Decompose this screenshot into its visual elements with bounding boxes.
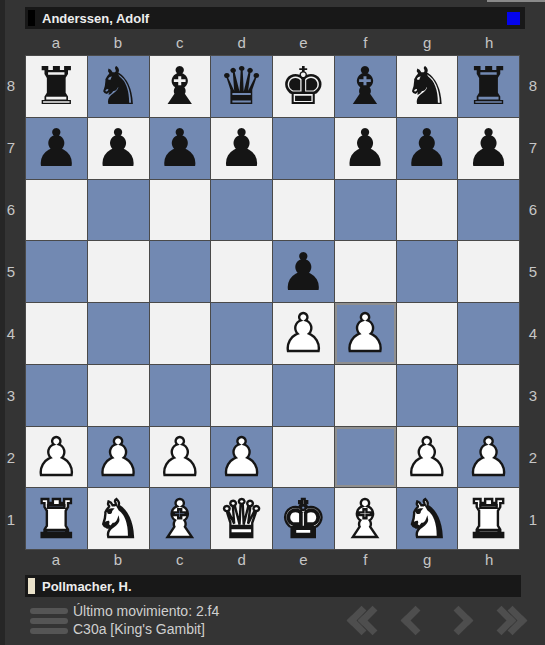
rank-labels-right: 87654321 [521,55,545,550]
rank-label-1: 1 [521,511,545,528]
top-player-bar: Anderssen, Adolf [25,7,525,29]
bottom-player-name: Pollmacher, H. [42,579,132,594]
file-labels-top: abcdefgh [25,33,520,53]
opening-label: C30a [King's Gambit] [73,620,219,638]
square-a8[interactable]: ♜ [26,56,87,117]
square-e4[interactable]: ♟ [273,303,334,364]
square-f4[interactable]: ♟ [335,303,396,364]
white-pawn-c2: ♟ [157,431,204,483]
rank-label-2: 2 [521,449,545,466]
rank-label-3: 3 [521,387,545,404]
file-label-e: e [273,552,335,570]
square-c8[interactable]: ♝ [150,56,211,117]
square-h6[interactable] [458,180,519,241]
white-pawn-a2: ♟ [33,431,80,483]
rank-label-4: 4 [521,325,545,342]
white-pawn-f4: ♟ [342,307,389,359]
square-h7[interactable]: ♟ [458,118,519,179]
white-pawn-h2: ♟ [465,431,512,483]
black-pawn-c7: ♟ [157,122,204,174]
black-bishop-c8: ♝ [157,60,204,112]
black-pawn-d7: ♟ [218,122,265,174]
white-pawn-b2: ♟ [95,431,142,483]
rank-label-7: 7 [0,139,22,156]
to-move-indicator [507,12,520,25]
next-move-button[interactable] [448,603,469,637]
file-label-f: f [334,33,396,53]
white-knight-g1: ♞ [404,493,451,545]
rank-label-7: 7 [521,139,545,156]
rank-label-1: 1 [0,511,22,528]
square-e7[interactable] [273,118,334,179]
black-pawn-f7: ♟ [342,122,389,174]
square-e1[interactable]: ♚ [273,488,334,549]
square-f1[interactable]: ♝ [335,488,396,549]
square-b8[interactable]: ♞ [88,56,149,117]
square-a6[interactable] [26,180,87,241]
white-knight-b1: ♞ [95,493,142,545]
file-label-e: e [273,33,335,53]
square-a5[interactable] [26,241,87,302]
black-pawn-a7: ♟ [33,122,80,174]
white-pawn-g2: ♟ [404,431,451,483]
square-c2[interactable]: ♟ [150,427,211,488]
bottom-player-bar: Pollmacher, H. [25,575,521,597]
square-g1[interactable]: ♞ [397,488,458,549]
file-label-b: b [87,552,149,570]
file-label-c: c [149,552,211,570]
white-rook-a1: ♜ [33,493,80,545]
file-label-d: d [211,33,273,53]
board: ♜♞♝♛♚♝♞♜♟♟♟♟♟♟♟♟♟♟♟♟♟♟♟♟♜♞♝♛♚♝♞♜ [25,55,520,550]
white-king-e1: ♚ [280,493,327,545]
file-label-g: g [396,552,458,570]
square-a4[interactable] [26,303,87,364]
black-color-swatch [28,10,35,26]
square-a1[interactable]: ♜ [26,488,87,549]
square-a3[interactable] [26,365,87,426]
last-move-button[interactable] [491,603,523,637]
black-bishop-f8: ♝ [342,60,389,112]
square-f2[interactable] [335,427,396,488]
white-bishop-f1: ♝ [342,493,389,545]
square-h8[interactable]: ♜ [458,56,519,117]
square-f7[interactable]: ♟ [335,118,396,179]
top-player-name: Anderssen, Adolf [42,11,149,26]
square-d7[interactable]: ♟ [211,118,272,179]
file-label-d: d [211,552,273,570]
rank-label-8: 8 [521,77,545,94]
square-f3[interactable] [335,365,396,426]
white-color-swatch [28,578,35,594]
square-d6[interactable] [211,180,272,241]
square-b7[interactable]: ♟ [88,118,149,179]
square-g8[interactable]: ♞ [397,56,458,117]
window-top-line [487,0,545,2]
file-label-b: b [87,33,149,53]
square-d1[interactable]: ♛ [211,488,272,549]
rank-label-8: 8 [0,77,22,94]
file-label-c: c [149,33,211,53]
square-b1[interactable]: ♞ [88,488,149,549]
black-rook-h8: ♜ [465,60,512,112]
black-pawn-e5: ♟ [280,246,327,298]
square-c7[interactable]: ♟ [150,118,211,179]
square-e6[interactable] [273,180,334,241]
file-label-f: f [334,552,396,570]
black-king-e8: ♚ [280,60,327,112]
square-d4[interactable] [211,303,272,364]
square-c6[interactable] [150,180,211,241]
rank-label-6: 6 [521,201,545,218]
square-f8[interactable]: ♝ [335,56,396,117]
square-c3[interactable] [150,365,211,426]
square-h5[interactable] [458,241,519,302]
rank-label-4: 4 [0,325,22,342]
square-c4[interactable] [150,303,211,364]
square-b2[interactable]: ♟ [88,427,149,488]
square-a7[interactable]: ♟ [26,118,87,179]
move-info: Último movimiento: 2.f4 C30a [King's Gam… [73,602,219,638]
file-label-h: h [458,552,520,570]
square-c1[interactable]: ♝ [150,488,211,549]
square-g7[interactable]: ♟ [397,118,458,179]
square-e2[interactable] [273,427,334,488]
square-c5[interactable] [150,241,211,302]
rank-label-2: 2 [0,449,22,466]
chevron-left-icon [401,605,431,635]
square-g6[interactable] [397,180,458,241]
black-pawn-b7: ♟ [95,122,142,174]
white-bishop-c1: ♝ [157,493,204,545]
menu-icon[interactable] [30,608,68,638]
file-label-a: a [25,552,87,570]
white-pawn-e4: ♟ [280,307,327,359]
file-label-g: g [396,33,458,53]
square-d2[interactable]: ♟ [211,427,272,488]
first-move-button[interactable] [351,603,383,637]
square-f5[interactable] [335,241,396,302]
chevron-right-icon [444,605,474,635]
square-h1[interactable]: ♜ [458,488,519,549]
move-navigation [351,600,523,640]
square-b5[interactable] [88,241,149,302]
square-e3[interactable] [273,365,334,426]
black-knight-b8: ♞ [95,60,142,112]
black-queen-d8: ♛ [218,60,265,112]
rank-label-3: 3 [0,387,22,404]
square-h2[interactable]: ♟ [458,427,519,488]
white-rook-h1: ♜ [465,493,512,545]
rank-label-6: 6 [0,201,22,218]
square-b4[interactable] [88,303,149,364]
square-h3[interactable] [458,365,519,426]
rank-label-5: 5 [0,263,22,280]
white-queen-d1: ♛ [218,493,265,545]
square-g5[interactable] [397,241,458,302]
square-g4[interactable] [397,303,458,364]
square-a2[interactable]: ♟ [26,427,87,488]
black-pawn-h7: ♟ [465,122,512,174]
square-g3[interactable] [397,365,458,426]
square-b3[interactable] [88,365,149,426]
file-label-h: h [458,33,520,53]
white-pawn-d2: ♟ [218,431,265,483]
black-knight-g8: ♞ [404,60,451,112]
square-b6[interactable] [88,180,149,241]
file-labels-bottom: abcdefgh [25,552,520,570]
square-f6[interactable] [335,180,396,241]
square-e5[interactable]: ♟ [273,241,334,302]
square-e8[interactable]: ♚ [273,56,334,117]
square-h4[interactable] [458,303,519,364]
file-label-a: a [25,33,87,53]
last-move-label: Último movimiento: 2.f4 [73,602,219,620]
black-pawn-g7: ♟ [404,122,451,174]
black-rook-a8: ♜ [33,60,80,112]
rank-labels-left: 87654321 [0,55,22,550]
square-d3[interactable] [211,365,272,426]
previous-move-button[interactable] [405,603,426,637]
square-d8[interactable]: ♛ [211,56,272,117]
square-d5[interactable] [211,241,272,302]
rank-label-5: 5 [521,263,545,280]
square-g2[interactable]: ♟ [397,427,458,488]
